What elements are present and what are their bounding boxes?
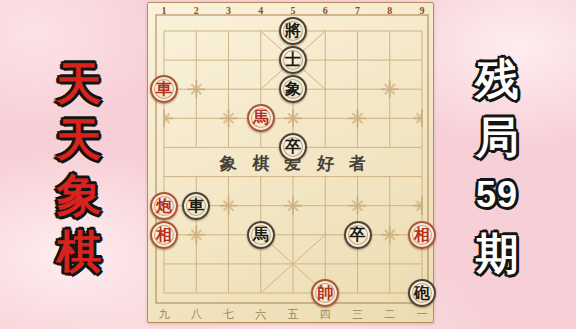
piece-glyph: 車 [188,198,204,214]
piece-glyph: 馬 [253,227,269,243]
svg-text:好: 好 [316,153,335,173]
piece-glyph: 相 [414,227,430,243]
svg-text:者: 者 [347,154,366,174]
svg-text:棋: 棋 [251,154,270,174]
piece-glyph: 砲 [414,285,430,301]
svg-text:七: 七 [222,308,234,320]
left-banner-char-3: 象 [57,168,102,224]
piece-black-cannon[interactable]: 砲 [408,279,436,307]
svg-text:6: 6 [323,5,328,16]
piece-glyph: 炮 [156,198,172,214]
piece-red-horse[interactable]: 馬 [247,104,275,132]
piece-red-cannon[interactable]: 炮 [150,192,178,220]
svg-text:九: 九 [159,308,171,320]
piece-red-elephant[interactable]: 相 [150,221,178,249]
svg-text:7: 7 [355,5,360,16]
left-banner-title: 天天象棋 [50,56,108,280]
piece-black-chariot[interactable]: 車 [182,192,210,220]
piece-glyph: 士 [285,52,301,68]
right-banner-char-4: 期 [476,224,519,282]
svg-text:五: 五 [288,308,299,320]
piece-glyph: 相 [156,227,172,243]
piece-glyph: 將 [285,23,301,39]
svg-text:3: 3 [226,5,231,16]
piece-black-elephant[interactable]: 象 [279,75,307,103]
piece-glyph: 馬 [253,110,269,126]
svg-text:4: 4 [258,5,263,16]
svg-text:八: 八 [191,308,202,320]
puzzle-page: { "app": { "left_banner_text": "天天象棋", "… [0,0,576,329]
piece-glyph: 卒 [350,227,366,243]
right-banner-title: 残局59期 [468,50,526,282]
piece-black-horse[interactable]: 馬 [247,221,275,249]
piece-black-soldier[interactable]: 卒 [344,221,372,249]
xiangqi-board: 123456789九八七六五四三二一象棋爱好者 將士車象馬卒炮車相馬卒相帥砲 [147,2,434,323]
piece-black-general[interactable]: 將 [279,17,307,45]
piece-red-elephant[interactable]: 相 [408,221,436,249]
right-banner-char-3: 59 [476,166,518,224]
piece-glyph: 象 [285,81,301,97]
svg-text:9: 9 [420,5,425,16]
left-banner-char-4: 棋 [57,224,102,280]
piece-black-advisor[interactable]: 士 [279,46,307,74]
svg-text:8: 8 [387,5,392,16]
piece-glyph: 卒 [285,139,301,155]
svg-text:三: 三 [352,308,363,320]
left-banner-char-1: 天 [57,56,102,112]
right-banner-char-2: 局 [476,108,519,166]
piece-glyph: 車 [156,81,172,97]
svg-text:2: 2 [194,5,199,16]
svg-text:二: 二 [384,308,395,320]
svg-text:象: 象 [218,153,238,173]
svg-text:1: 1 [162,5,167,16]
piece-red-chariot[interactable]: 車 [150,75,178,103]
svg-text:一: 一 [417,308,428,320]
svg-text:四: 四 [320,308,331,320]
svg-text:5: 5 [291,5,296,16]
right-banner-char-1: 残 [476,50,519,108]
left-banner-char-2: 天 [57,112,102,168]
svg-text:六: 六 [255,308,266,320]
piece-glyph: 帥 [317,285,333,301]
